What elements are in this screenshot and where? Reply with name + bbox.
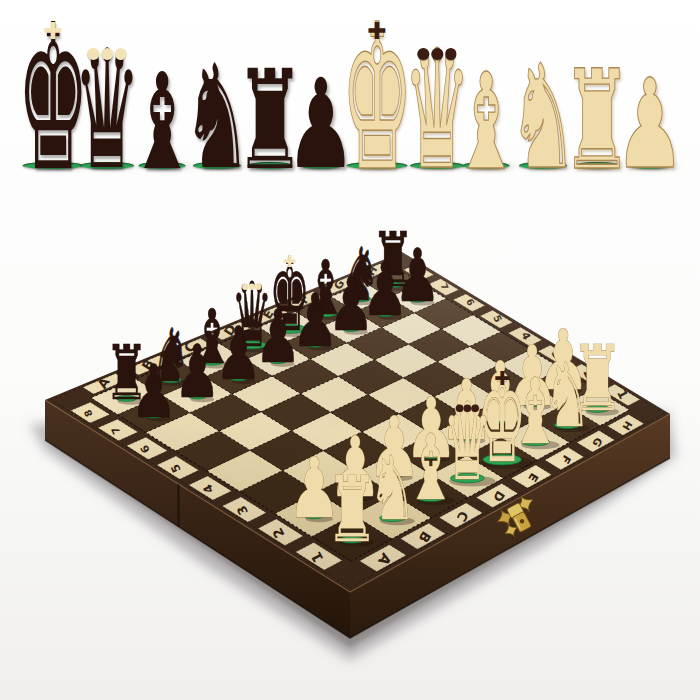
king-cross-finial: ✚ (494, 367, 510, 390)
product-photo: 12345678ABCDEFGHABCDEFGH12345678♜︎♞︎♟︎♝︎… (0, 0, 700, 700)
lineup-light-pawn: ♟︎ (615, 63, 686, 187)
queen-ball-finial (464, 404, 472, 412)
queen-ball-finial (255, 283, 261, 289)
black-pawn-glyph: ♟︎ (174, 330, 221, 415)
piece-lineup: ♚︎✚♛︎♝︎♞︎♜︎♟︎♚︎✚♛︎♝︎♞︎♜︎♟︎ (0, 0, 700, 190)
white-rook-glyph: ♜︎ (326, 456, 379, 562)
piece-white-rook-a1[interactable]: ♜︎ (326, 456, 379, 562)
piece-black-pawn-c7[interactable]: ♟︎ (215, 311, 262, 396)
lineup-dark-queen-ball-finials (87, 48, 126, 60)
queen-ball-finial (471, 404, 479, 412)
queen-ball-finial (456, 404, 464, 412)
piece-black-pawn-b7[interactable]: ♟︎ (174, 330, 221, 415)
piece-black-pawn-a7[interactable]: ♟︎ (130, 349, 177, 434)
king-cross-finial: ✚ (283, 252, 297, 271)
queen-ball-finial (242, 283, 248, 289)
lineup-dark-king-cross-finial: ✚ (43, 19, 62, 42)
black-pawn-glyph: ♟︎ (130, 349, 177, 434)
black-pawn-glyph: ♟︎ (215, 311, 262, 396)
queen-ball-finial (249, 283, 255, 289)
lineup-light-king-cross-finial: ✚ (367, 19, 386, 42)
